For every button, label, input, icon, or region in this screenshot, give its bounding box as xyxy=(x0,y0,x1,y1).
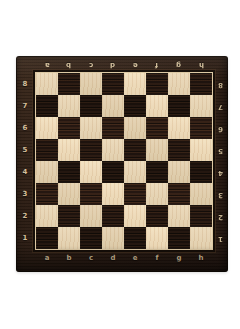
rank-label-right-5: 5 xyxy=(218,147,223,154)
square-d3[interactable] xyxy=(102,183,124,205)
square-c6[interactable] xyxy=(80,117,102,139)
square-e8[interactable] xyxy=(124,73,146,95)
square-f1[interactable] xyxy=(146,227,168,249)
square-c1[interactable] xyxy=(80,227,102,249)
square-g5[interactable] xyxy=(168,139,190,161)
square-g7[interactable] xyxy=(168,95,190,117)
file-label-bottom-g: g xyxy=(176,255,181,262)
square-c5[interactable] xyxy=(80,139,102,161)
rank-label-right-4: 4 xyxy=(218,169,223,176)
rank-labels-left: 87654321 xyxy=(16,73,34,249)
rank-label-left-4: 4 xyxy=(23,169,28,176)
square-f8[interactable] xyxy=(146,73,168,95)
square-b6[interactable] xyxy=(58,117,80,139)
file-label-top-h: h xyxy=(199,61,204,68)
square-f4[interactable] xyxy=(146,161,168,183)
square-g1[interactable] xyxy=(168,227,190,249)
rank-label-left-2: 2 xyxy=(23,213,28,220)
square-d1[interactable] xyxy=(102,227,124,249)
file-label-top-g: g xyxy=(176,61,181,68)
square-d2[interactable] xyxy=(102,205,124,227)
square-g2[interactable] xyxy=(168,205,190,227)
square-h6[interactable] xyxy=(190,117,212,139)
chess-board-frame: abcdefgh 87654321 87654321 abcdefgh xyxy=(16,56,228,272)
rank-label-left-8: 8 xyxy=(23,81,28,88)
square-e1[interactable] xyxy=(124,227,146,249)
rank-label-right-3: 3 xyxy=(218,191,223,198)
file-label-bottom-b: b xyxy=(66,255,71,262)
square-b2[interactable] xyxy=(58,205,80,227)
square-b1[interactable] xyxy=(58,227,80,249)
rank-label-left-6: 6 xyxy=(23,125,28,132)
square-f7[interactable] xyxy=(146,95,168,117)
square-a6[interactable] xyxy=(36,117,58,139)
file-label-bottom-c: c xyxy=(89,255,93,262)
square-e6[interactable] xyxy=(124,117,146,139)
square-h8[interactable] xyxy=(190,73,212,95)
rank-label-right-8: 8 xyxy=(218,81,223,88)
square-d5[interactable] xyxy=(102,139,124,161)
square-c7[interactable] xyxy=(80,95,102,117)
rank-label-left-1: 1 xyxy=(23,235,28,242)
square-b5[interactable] xyxy=(58,139,80,161)
square-d8[interactable] xyxy=(102,73,124,95)
file-label-bottom-e: e xyxy=(133,255,138,262)
square-a2[interactable] xyxy=(36,205,58,227)
rank-label-left-3: 3 xyxy=(23,191,28,198)
file-label-top-e: e xyxy=(133,61,138,68)
rank-label-left-5: 5 xyxy=(23,147,28,154)
square-d7[interactable] xyxy=(102,95,124,117)
square-h7[interactable] xyxy=(190,95,212,117)
rank-labels-right: 87654321 xyxy=(213,73,228,249)
rank-label-right-7: 7 xyxy=(218,103,223,110)
square-h2[interactable] xyxy=(190,205,212,227)
square-f3[interactable] xyxy=(146,183,168,205)
file-label-bottom-h: h xyxy=(199,255,204,262)
file-label-bottom-a: a xyxy=(45,255,50,262)
square-g4[interactable] xyxy=(168,161,190,183)
file-label-top-c: c xyxy=(89,61,93,68)
square-e5[interactable] xyxy=(124,139,146,161)
square-h3[interactable] xyxy=(190,183,212,205)
square-e7[interactable] xyxy=(124,95,146,117)
rank-label-left-7: 7 xyxy=(23,103,28,110)
square-h1[interactable] xyxy=(190,227,212,249)
square-e2[interactable] xyxy=(124,205,146,227)
square-a3[interactable] xyxy=(36,183,58,205)
square-b4[interactable] xyxy=(58,161,80,183)
square-a1[interactable] xyxy=(36,227,58,249)
square-a5[interactable] xyxy=(36,139,58,161)
square-a7[interactable] xyxy=(36,95,58,117)
product-photo-canvas: abcdefgh 87654321 87654321 abcdefgh xyxy=(0,0,240,329)
file-label-bottom-f: f xyxy=(155,255,158,262)
square-g6[interactable] xyxy=(168,117,190,139)
square-h4[interactable] xyxy=(190,161,212,183)
square-f2[interactable] xyxy=(146,205,168,227)
rank-label-right-2: 2 xyxy=(218,213,223,220)
square-d6[interactable] xyxy=(102,117,124,139)
playing-area xyxy=(35,72,213,250)
square-c3[interactable] xyxy=(80,183,102,205)
rank-label-right-6: 6 xyxy=(218,125,223,132)
square-a8[interactable] xyxy=(36,73,58,95)
square-c8[interactable] xyxy=(80,73,102,95)
square-b3[interactable] xyxy=(58,183,80,205)
square-f5[interactable] xyxy=(146,139,168,161)
square-h5[interactable] xyxy=(190,139,212,161)
file-label-top-d: d xyxy=(110,61,115,68)
square-g3[interactable] xyxy=(168,183,190,205)
file-label-bottom-d: d xyxy=(110,255,115,262)
square-a4[interactable] xyxy=(36,161,58,183)
square-d4[interactable] xyxy=(102,161,124,183)
square-f6[interactable] xyxy=(146,117,168,139)
square-e3[interactable] xyxy=(124,183,146,205)
file-label-top-a: a xyxy=(45,61,50,68)
square-c4[interactable] xyxy=(80,161,102,183)
square-c2[interactable] xyxy=(80,205,102,227)
chess-board-grid xyxy=(36,73,212,249)
square-b7[interactable] xyxy=(58,95,80,117)
file-label-top-b: b xyxy=(66,61,71,68)
square-g8[interactable] xyxy=(168,73,190,95)
file-label-top-f: f xyxy=(155,61,158,68)
file-labels-bottom: abcdefgh xyxy=(36,250,212,266)
square-b8[interactable] xyxy=(58,73,80,95)
rank-label-right-1: 1 xyxy=(218,235,223,242)
file-labels-top: abcdefgh xyxy=(36,57,212,71)
square-e4[interactable] xyxy=(124,161,146,183)
